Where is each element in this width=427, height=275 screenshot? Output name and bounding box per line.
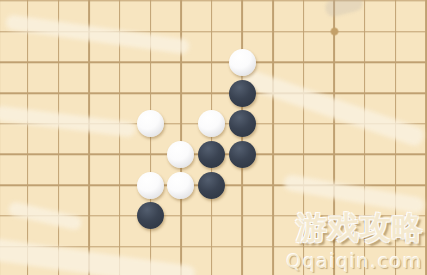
board-cell[interactable] bbox=[411, 47, 427, 78]
board-cell[interactable] bbox=[13, 170, 44, 201]
board-cell[interactable] bbox=[349, 16, 380, 47]
board-cell[interactable] bbox=[135, 139, 166, 170]
black-stone bbox=[198, 172, 225, 199]
black-stone bbox=[229, 80, 256, 107]
board-cell[interactable] bbox=[258, 139, 289, 170]
board-cell[interactable] bbox=[258, 201, 289, 232]
board-cell[interactable] bbox=[135, 231, 166, 262]
board-cell[interactable] bbox=[258, 0, 289, 16]
black-stone bbox=[137, 202, 164, 229]
white-stone bbox=[167, 141, 194, 168]
board-cell[interactable] bbox=[135, 108, 166, 139]
board-cell[interactable] bbox=[288, 78, 319, 109]
board-cell[interactable] bbox=[349, 78, 380, 109]
board-cell[interactable] bbox=[13, 16, 44, 47]
star-point bbox=[330, 27, 339, 36]
white-stone bbox=[137, 110, 164, 137]
board-cell[interactable] bbox=[166, 170, 197, 201]
board-cell[interactable] bbox=[349, 0, 380, 16]
black-stone bbox=[198, 141, 225, 168]
board-cell[interactable] bbox=[43, 170, 74, 201]
board-cell[interactable] bbox=[196, 201, 227, 232]
board-cell[interactable] bbox=[135, 78, 166, 109]
board-cell[interactable] bbox=[380, 170, 411, 201]
white-stone bbox=[137, 172, 164, 199]
board-cell[interactable] bbox=[166, 16, 197, 47]
board-cell[interactable] bbox=[104, 231, 135, 262]
board-cell[interactable] bbox=[380, 78, 411, 109]
board-cell[interactable] bbox=[104, 78, 135, 109]
board-cell[interactable] bbox=[258, 170, 289, 201]
board-cell[interactable] bbox=[196, 108, 227, 139]
board-cell[interactable] bbox=[258, 231, 289, 262]
board-cell[interactable] bbox=[411, 16, 427, 47]
board-cell[interactable] bbox=[196, 78, 227, 109]
board-cell[interactable] bbox=[166, 47, 197, 78]
board-cell[interactable] bbox=[104, 139, 135, 170]
board-cell[interactable] bbox=[43, 0, 74, 16]
board-cell[interactable] bbox=[349, 108, 380, 139]
board-cell[interactable] bbox=[13, 231, 44, 262]
board-cell[interactable] bbox=[319, 16, 350, 47]
watermark-site: Qqaiqin.com bbox=[287, 250, 423, 272]
board-cell[interactable] bbox=[380, 16, 411, 47]
board-cell[interactable] bbox=[74, 16, 105, 47]
gomoku-board: 游戏攻略 Qqaiqin.com bbox=[0, 0, 427, 275]
black-stone bbox=[229, 110, 256, 137]
board-cell[interactable] bbox=[166, 108, 197, 139]
board-cell[interactable] bbox=[411, 170, 427, 201]
board-cell[interactable] bbox=[74, 170, 105, 201]
board-cell[interactable] bbox=[104, 0, 135, 16]
board-cell[interactable] bbox=[380, 0, 411, 16]
board-cell[interactable] bbox=[288, 0, 319, 16]
board-cell[interactable] bbox=[135, 201, 166, 232]
board-cell[interactable] bbox=[227, 78, 258, 109]
board-cell[interactable] bbox=[166, 78, 197, 109]
board-cell[interactable] bbox=[288, 139, 319, 170]
board-cell[interactable] bbox=[319, 0, 350, 16]
white-stone bbox=[167, 172, 194, 199]
board-cell[interactable] bbox=[43, 78, 74, 109]
board-cell[interactable] bbox=[74, 231, 105, 262]
board-cell[interactable] bbox=[74, 47, 105, 78]
board-cell[interactable] bbox=[135, 170, 166, 201]
board-cell[interactable] bbox=[196, 0, 227, 16]
board-cell[interactable] bbox=[380, 139, 411, 170]
board-cell[interactable] bbox=[196, 139, 227, 170]
board-cell[interactable] bbox=[227, 170, 258, 201]
board-cell[interactable] bbox=[74, 201, 105, 232]
board-cell[interactable] bbox=[13, 201, 44, 232]
board-cell[interactable] bbox=[43, 108, 74, 139]
board-cell[interactable] bbox=[349, 170, 380, 201]
board-cell[interactable] bbox=[258, 16, 289, 47]
board-cell[interactable] bbox=[319, 78, 350, 109]
board-cell[interactable] bbox=[227, 16, 258, 47]
board-cell[interactable] bbox=[319, 139, 350, 170]
board-cell[interactable] bbox=[411, 78, 427, 109]
board-cell[interactable] bbox=[104, 201, 135, 232]
board-cell[interactable] bbox=[288, 170, 319, 201]
board-cell[interactable] bbox=[43, 231, 74, 262]
board-cell[interactable] bbox=[227, 47, 258, 78]
board-cell[interactable] bbox=[74, 139, 105, 170]
board-cell[interactable] bbox=[43, 16, 74, 47]
board-cell[interactable] bbox=[196, 16, 227, 47]
board-cell[interactable] bbox=[196, 231, 227, 262]
board-cell[interactable] bbox=[288, 47, 319, 78]
board-cell[interactable] bbox=[227, 108, 258, 139]
board-cell[interactable] bbox=[380, 47, 411, 78]
board-cell[interactable] bbox=[135, 47, 166, 78]
board-cell[interactable] bbox=[13, 47, 44, 78]
white-stone bbox=[198, 110, 225, 137]
board-cell[interactable] bbox=[227, 0, 258, 16]
board-cell[interactable] bbox=[166, 139, 197, 170]
board-cell[interactable] bbox=[13, 78, 44, 109]
board-cell[interactable] bbox=[319, 170, 350, 201]
board-cell[interactable] bbox=[196, 47, 227, 78]
board-cell[interactable] bbox=[74, 78, 105, 109]
board-cell[interactable] bbox=[411, 108, 427, 139]
board-cell[interactable] bbox=[258, 78, 289, 109]
board-cell[interactable] bbox=[319, 108, 350, 139]
board-cell[interactable] bbox=[196, 170, 227, 201]
board-cell[interactable] bbox=[74, 108, 105, 139]
board-cell[interactable] bbox=[135, 16, 166, 47]
board-cell[interactable] bbox=[319, 47, 350, 78]
board-cell[interactable] bbox=[13, 0, 44, 16]
board-cell[interactable] bbox=[43, 47, 74, 78]
board-cell[interactable] bbox=[104, 108, 135, 139]
board-cell[interactable] bbox=[13, 108, 44, 139]
board-cell[interactable] bbox=[288, 16, 319, 47]
board-cell[interactable] bbox=[227, 139, 258, 170]
board-cell[interactable] bbox=[349, 47, 380, 78]
black-stone bbox=[229, 141, 256, 168]
board-cell[interactable] bbox=[166, 0, 197, 16]
board-cell[interactable] bbox=[166, 231, 197, 262]
white-stone bbox=[229, 49, 256, 76]
board-cell[interactable] bbox=[104, 170, 135, 201]
board-cell[interactable] bbox=[104, 47, 135, 78]
board-cell[interactable] bbox=[43, 201, 74, 232]
board-cell[interactable] bbox=[227, 201, 258, 232]
board-cell[interactable] bbox=[258, 108, 289, 139]
board-cell[interactable] bbox=[380, 108, 411, 139]
board-cell[interactable] bbox=[43, 139, 74, 170]
watermark-title: 游戏攻略 bbox=[296, 207, 424, 249]
board-cell[interactable] bbox=[135, 0, 166, 16]
board-cell[interactable] bbox=[74, 0, 105, 16]
board-cell[interactable] bbox=[288, 108, 319, 139]
board-cell[interactable] bbox=[104, 16, 135, 47]
board-cell[interactable] bbox=[411, 0, 427, 16]
board-cell[interactable] bbox=[258, 47, 289, 78]
board-cell[interactable] bbox=[411, 139, 427, 170]
board-cell[interactable] bbox=[166, 201, 197, 232]
board-cell[interactable] bbox=[349, 139, 380, 170]
board-cell[interactable] bbox=[13, 139, 44, 170]
board-cell[interactable] bbox=[227, 231, 258, 262]
